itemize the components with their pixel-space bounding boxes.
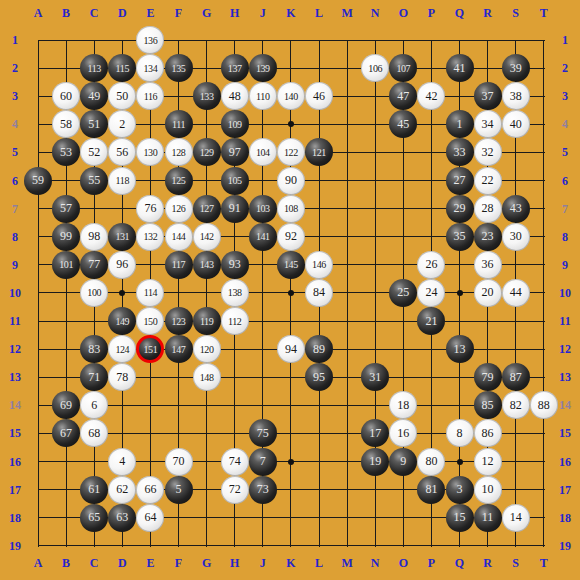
stone-B7[interactable]: 57 <box>52 195 80 223</box>
stone-H10[interactable]: 138 <box>221 279 249 307</box>
col-label-top-D: D <box>114 6 130 20</box>
move-number: 40 <box>510 117 522 132</box>
stone-L10[interactable]: 84 <box>305 279 333 307</box>
stone-B5[interactable]: 53 <box>52 138 80 166</box>
stone-R15[interactable]: 86 <box>474 419 502 447</box>
stone-E2[interactable]: 134 <box>136 54 164 82</box>
row-label-right-7: 7 <box>552 202 578 216</box>
stone-C10[interactable]: 100 <box>80 279 108 307</box>
stone-P11[interactable]: 21 <box>417 307 445 335</box>
goban: AABBCCDDEEFFGGHHJJKKLLMMNNOOPPQQRRSSTT11… <box>0 0 580 580</box>
move-number: 70 <box>173 454 185 469</box>
move-number: 25 <box>397 285 409 300</box>
move-number: 5 <box>176 482 182 497</box>
stone-S3[interactable]: 38 <box>502 82 530 110</box>
row-label-left-9: 9 <box>2 258 28 272</box>
stone-J17[interactable]: 73 <box>249 476 277 504</box>
col-label-bottom-H: H <box>227 556 243 570</box>
grid-line-vertical <box>347 40 348 547</box>
move-number: 24 <box>425 285 437 300</box>
stone-C14[interactable]: 6 <box>80 391 108 419</box>
move-number: 109 <box>228 119 242 130</box>
col-label-bottom-N: N <box>367 556 383 570</box>
col-label-bottom-S: S <box>508 556 524 570</box>
row-label-right-3: 3 <box>552 89 578 103</box>
col-label-top-N: N <box>367 6 383 20</box>
move-number: 6 <box>91 398 97 413</box>
move-number: 74 <box>229 454 241 469</box>
move-number: 42 <box>425 89 437 104</box>
move-number: 139 <box>256 63 270 74</box>
stone-K8[interactable]: 92 <box>277 223 305 251</box>
col-label-bottom-Q: Q <box>452 556 468 570</box>
stone-R4[interactable]: 34 <box>474 110 502 138</box>
row-label-left-19: 19 <box>2 539 28 553</box>
stone-E10[interactable]: 114 <box>136 279 164 307</box>
move-number: 147 <box>172 344 186 355</box>
stone-J7[interactable]: 103 <box>249 195 277 223</box>
stone-R16[interactable]: 12 <box>474 448 502 476</box>
stone-E11[interactable]: 150 <box>136 307 164 335</box>
move-number: 22 <box>482 173 494 188</box>
stone-E3[interactable]: 116 <box>136 82 164 110</box>
move-number: 128 <box>172 147 186 158</box>
stone-G7[interactable]: 127 <box>193 195 221 223</box>
stone-Q2[interactable]: 41 <box>446 54 474 82</box>
move-number: 71 <box>88 370 100 385</box>
stone-R17[interactable]: 10 <box>474 476 502 504</box>
move-number: 15 <box>454 510 466 525</box>
stone-R8[interactable]: 23 <box>474 223 502 251</box>
move-number: 45 <box>397 117 409 132</box>
stone-H17[interactable]: 72 <box>221 476 249 504</box>
row-label-left-12: 12 <box>2 342 28 356</box>
row-label-right-4: 4 <box>552 117 578 131</box>
stone-O14[interactable]: 18 <box>389 391 417 419</box>
stone-Q18[interactable]: 15 <box>446 504 474 532</box>
stone-C12[interactable]: 83 <box>80 335 108 363</box>
stone-L13[interactable]: 95 <box>305 363 333 391</box>
stone-K7[interactable]: 108 <box>277 195 305 223</box>
move-number: 51 <box>88 117 100 132</box>
move-number: 34 <box>482 117 494 132</box>
stone-H9[interactable]: 93 <box>221 251 249 279</box>
stone-F16[interactable]: 70 <box>165 448 193 476</box>
move-number: 68 <box>88 426 100 441</box>
stone-L9[interactable]: 146 <box>305 251 333 279</box>
stone-G12[interactable]: 120 <box>193 335 221 363</box>
move-number: 11 <box>482 510 494 525</box>
col-label-top-R: R <box>480 6 496 20</box>
move-number: 87 <box>510 370 522 385</box>
grid-line-vertical <box>38 40 39 547</box>
stone-B4[interactable]: 58 <box>52 110 80 138</box>
stone-G11[interactable]: 119 <box>193 307 221 335</box>
stone-J2[interactable]: 139 <box>249 54 277 82</box>
row-label-right-11: 11 <box>552 314 578 328</box>
col-label-top-S: S <box>508 6 524 20</box>
star-point-K4 <box>288 121 294 127</box>
col-label-bottom-R: R <box>480 556 496 570</box>
move-number: 73 <box>257 482 269 497</box>
move-number: 48 <box>229 89 241 104</box>
stone-R7[interactable]: 28 <box>474 195 502 223</box>
stone-S7[interactable]: 43 <box>502 195 530 223</box>
stone-O4[interactable]: 45 <box>389 110 417 138</box>
stone-C9[interactable]: 77 <box>80 251 108 279</box>
move-number: 99 <box>60 229 72 244</box>
stone-T14[interactable]: 88 <box>530 391 558 419</box>
stone-A6[interactable]: 59 <box>24 167 52 195</box>
stone-Q7[interactable]: 29 <box>446 195 474 223</box>
move-number: 134 <box>143 63 157 74</box>
stone-Q5[interactable]: 33 <box>446 138 474 166</box>
stone-R9[interactable]: 36 <box>474 251 502 279</box>
col-label-top-B: B <box>58 6 74 20</box>
move-number: 144 <box>172 231 186 242</box>
stone-D6[interactable]: 118 <box>108 167 136 195</box>
stone-O2[interactable]: 107 <box>389 54 417 82</box>
stone-N13[interactable]: 31 <box>361 363 389 391</box>
move-number: 98 <box>88 229 100 244</box>
stone-G5[interactable]: 129 <box>193 138 221 166</box>
move-number: 86 <box>482 426 494 441</box>
stone-E7[interactable]: 76 <box>136 195 164 223</box>
move-number: 53 <box>60 145 72 160</box>
move-number: 55 <box>88 173 100 188</box>
col-label-top-O: O <box>395 6 411 20</box>
stone-D4[interactable]: 2 <box>108 110 136 138</box>
stone-B3[interactable]: 60 <box>52 82 80 110</box>
stone-Q15[interactable]: 8 <box>446 419 474 447</box>
stone-R18[interactable]: 11 <box>474 504 502 532</box>
stone-C8[interactable]: 98 <box>80 223 108 251</box>
move-number: 105 <box>228 175 242 186</box>
stone-Q4[interactable]: 1 <box>446 110 474 138</box>
stone-S8[interactable]: 30 <box>502 223 530 251</box>
move-number: 113 <box>87 63 100 74</box>
stone-D8[interactable]: 131 <box>108 223 136 251</box>
stone-R3[interactable]: 37 <box>474 82 502 110</box>
move-number: 2 <box>119 117 125 132</box>
move-number: 97 <box>229 145 241 160</box>
stone-C15[interactable]: 68 <box>80 419 108 447</box>
move-number: 67 <box>60 426 72 441</box>
stone-Q6[interactable]: 27 <box>446 167 474 195</box>
move-number: 44 <box>510 285 522 300</box>
stone-H2[interactable]: 137 <box>221 54 249 82</box>
stone-F8[interactable]: 144 <box>165 223 193 251</box>
stone-Q17[interactable]: 3 <box>446 476 474 504</box>
stone-H11[interactable]: 112 <box>221 307 249 335</box>
col-label-bottom-M: M <box>339 556 355 570</box>
stone-B14[interactable]: 69 <box>52 391 80 419</box>
stone-E5[interactable]: 130 <box>136 138 164 166</box>
move-number: 90 <box>285 173 297 188</box>
move-number: 129 <box>200 147 214 158</box>
move-number: 111 <box>172 119 185 130</box>
col-label-bottom-E: E <box>142 556 158 570</box>
move-number: 121 <box>312 147 326 158</box>
move-number: 108 <box>284 203 298 214</box>
move-number: 126 <box>172 203 186 214</box>
stone-O16[interactable]: 9 <box>389 448 417 476</box>
row-label-left-17: 17 <box>2 483 28 497</box>
stone-E1[interactable]: 136 <box>136 26 164 54</box>
stone-D12[interactable]: 124 <box>108 335 136 363</box>
stone-O15[interactable]: 16 <box>389 419 417 447</box>
stone-H3[interactable]: 48 <box>221 82 249 110</box>
row-label-right-8: 8 <box>552 230 578 244</box>
stone-D13[interactable]: 78 <box>108 363 136 391</box>
stone-F17[interactable]: 5 <box>165 476 193 504</box>
stone-J5[interactable]: 104 <box>249 138 277 166</box>
col-label-bottom-D: D <box>114 556 130 570</box>
move-number: 30 <box>510 229 522 244</box>
move-number: 59 <box>32 173 44 188</box>
stone-O3[interactable]: 47 <box>389 82 417 110</box>
stone-N15[interactable]: 17 <box>361 419 389 447</box>
stone-F11[interactable]: 123 <box>165 307 193 335</box>
move-number: 19 <box>369 454 381 469</box>
move-number: 130 <box>143 147 157 158</box>
stone-D3[interactable]: 50 <box>108 82 136 110</box>
move-number: 28 <box>482 201 494 216</box>
row-label-right-6: 6 <box>552 174 578 188</box>
move-number: 91 <box>229 201 241 216</box>
stone-C3[interactable]: 49 <box>80 82 108 110</box>
move-number: 27 <box>454 173 466 188</box>
move-number: 46 <box>313 89 325 104</box>
col-label-bottom-T: T <box>536 556 552 570</box>
stone-H16[interactable]: 74 <box>221 448 249 476</box>
stone-H7[interactable]: 91 <box>221 195 249 223</box>
col-label-top-T: T <box>536 6 552 20</box>
grid-line-vertical <box>206 40 207 547</box>
star-point-D10 <box>119 290 125 296</box>
stone-D11[interactable]: 149 <box>108 307 136 335</box>
stone-F5[interactable]: 128 <box>165 138 193 166</box>
stone-H6[interactable]: 105 <box>221 167 249 195</box>
stone-L5[interactable]: 121 <box>305 138 333 166</box>
stone-J15[interactable]: 75 <box>249 419 277 447</box>
row-label-left-15: 15 <box>2 426 28 440</box>
stone-K9[interactable]: 145 <box>277 251 305 279</box>
star-point-Q16 <box>457 459 463 465</box>
move-number: 16 <box>397 426 409 441</box>
stone-D18[interactable]: 63 <box>108 504 136 532</box>
move-number: 3 <box>457 482 463 497</box>
stone-F12[interactable]: 147 <box>165 335 193 363</box>
col-label-top-K: K <box>283 6 299 20</box>
move-number: 141 <box>256 231 270 242</box>
stone-P16[interactable]: 80 <box>417 448 445 476</box>
stone-R10[interactable]: 20 <box>474 279 502 307</box>
col-label-top-M: M <box>339 6 355 20</box>
stone-J3[interactable]: 110 <box>249 82 277 110</box>
star-point-Q10 <box>457 290 463 296</box>
stone-E17[interactable]: 66 <box>136 476 164 504</box>
stone-G3[interactable]: 133 <box>193 82 221 110</box>
stone-E8[interactable]: 132 <box>136 223 164 251</box>
move-number: 31 <box>369 370 381 385</box>
move-number: 12 <box>482 454 494 469</box>
stone-D17[interactable]: 62 <box>108 476 136 504</box>
row-label-right-16: 16 <box>552 455 578 469</box>
stone-S4[interactable]: 40 <box>502 110 530 138</box>
stone-D9[interactable]: 96 <box>108 251 136 279</box>
col-label-bottom-C: C <box>86 556 102 570</box>
stone-F4[interactable]: 111 <box>165 110 193 138</box>
stone-L3[interactable]: 46 <box>305 82 333 110</box>
row-label-left-7: 7 <box>2 202 28 216</box>
move-number: 80 <box>425 454 437 469</box>
stone-C6[interactable]: 55 <box>80 167 108 195</box>
stone-R6[interactable]: 22 <box>474 167 502 195</box>
move-number: 148 <box>200 372 214 383</box>
stone-G8[interactable]: 142 <box>193 223 221 251</box>
move-number: 140 <box>284 91 298 102</box>
row-label-right-2: 2 <box>552 61 578 75</box>
move-number: 101 <box>59 259 73 270</box>
grid-line-horizontal <box>38 545 545 546</box>
stone-H5[interactable]: 97 <box>221 138 249 166</box>
stone-D5[interactable]: 56 <box>108 138 136 166</box>
move-number: 82 <box>510 398 522 413</box>
stone-S2[interactable]: 39 <box>502 54 530 82</box>
stone-K5[interactable]: 122 <box>277 138 305 166</box>
col-label-bottom-P: P <box>423 556 439 570</box>
move-number: 29 <box>454 201 466 216</box>
row-label-right-18: 18 <box>552 511 578 525</box>
move-number: 151 <box>143 344 157 355</box>
stone-F7[interactable]: 126 <box>165 195 193 223</box>
stone-P9[interactable]: 26 <box>417 251 445 279</box>
move-number: 4 <box>119 454 125 469</box>
stone-C17[interactable]: 61 <box>80 476 108 504</box>
move-number: 63 <box>116 510 128 525</box>
col-label-bottom-O: O <box>395 556 411 570</box>
move-number: 88 <box>538 398 550 413</box>
col-label-top-J: J <box>255 6 271 20</box>
row-label-left-8: 8 <box>2 230 28 244</box>
stone-P10[interactable]: 24 <box>417 279 445 307</box>
move-number: 118 <box>116 175 129 186</box>
move-number: 20 <box>482 285 494 300</box>
stone-Q12[interactable]: 13 <box>446 335 474 363</box>
stone-C18[interactable]: 65 <box>80 504 108 532</box>
stone-G9[interactable]: 143 <box>193 251 221 279</box>
row-label-left-13: 13 <box>2 370 28 384</box>
stone-R14[interactable]: 85 <box>474 391 502 419</box>
row-label-left-18: 18 <box>2 511 28 525</box>
col-label-bottom-G: G <box>199 556 215 570</box>
stone-S13[interactable]: 87 <box>502 363 530 391</box>
move-number: 115 <box>116 63 129 74</box>
move-number: 13 <box>454 342 466 357</box>
row-label-left-11: 11 <box>2 314 28 328</box>
stone-S14[interactable]: 82 <box>502 391 530 419</box>
stone-B9[interactable]: 101 <box>52 251 80 279</box>
stone-E18[interactable]: 64 <box>136 504 164 532</box>
stone-R5[interactable]: 32 <box>474 138 502 166</box>
move-number: 96 <box>116 257 128 272</box>
stone-K6[interactable]: 90 <box>277 167 305 195</box>
stone-C13[interactable]: 71 <box>80 363 108 391</box>
move-number: 32 <box>482 145 494 160</box>
stone-K3[interactable]: 140 <box>277 82 305 110</box>
move-number: 69 <box>60 398 72 413</box>
stone-D2[interactable]: 115 <box>108 54 136 82</box>
move-number: 18 <box>397 398 409 413</box>
stone-B8[interactable]: 99 <box>52 223 80 251</box>
move-number: 35 <box>454 229 466 244</box>
col-label-top-E: E <box>142 6 158 20</box>
stone-K12[interactable]: 94 <box>277 335 305 363</box>
stone-C5[interactable]: 52 <box>80 138 108 166</box>
stone-P3[interactable]: 42 <box>417 82 445 110</box>
stone-P17[interactable]: 81 <box>417 476 445 504</box>
move-number: 33 <box>454 145 466 160</box>
stone-O10[interactable]: 25 <box>389 279 417 307</box>
move-number: 127 <box>200 203 214 214</box>
move-number: 23 <box>482 229 494 244</box>
move-number: 56 <box>116 145 128 160</box>
stone-G13[interactable]: 148 <box>193 363 221 391</box>
stone-N16[interactable]: 19 <box>361 448 389 476</box>
stone-F6[interactable]: 125 <box>165 167 193 195</box>
move-number: 17 <box>369 426 381 441</box>
move-number: 52 <box>88 145 100 160</box>
move-number: 43 <box>510 201 522 216</box>
move-number: 124 <box>115 344 129 355</box>
move-number: 78 <box>116 370 128 385</box>
stone-F2[interactable]: 135 <box>165 54 193 82</box>
move-number: 37 <box>482 89 494 104</box>
move-number: 100 <box>87 287 101 298</box>
stone-F9[interactable]: 117 <box>165 251 193 279</box>
col-label-top-L: L <box>311 6 327 20</box>
col-label-top-C: C <box>86 6 102 20</box>
move-number: 95 <box>313 370 325 385</box>
stone-B15[interactable]: 67 <box>52 419 80 447</box>
row-label-right-15: 15 <box>552 426 578 440</box>
move-number: 1 <box>457 117 463 132</box>
stone-D16[interactable]: 4 <box>108 448 136 476</box>
move-number: 10 <box>482 482 494 497</box>
move-number: 76 <box>144 201 156 216</box>
stone-H4[interactable]: 109 <box>221 110 249 138</box>
stone-S10[interactable]: 44 <box>502 279 530 307</box>
stone-J8[interactable]: 141 <box>249 223 277 251</box>
move-number: 133 <box>200 91 214 102</box>
stone-S18[interactable]: 14 <box>502 504 530 532</box>
stone-L12[interactable]: 89 <box>305 335 333 363</box>
stone-N2[interactable]: 106 <box>361 54 389 82</box>
stone-R13[interactable]: 79 <box>474 363 502 391</box>
stone-C4[interactable]: 51 <box>80 110 108 138</box>
move-number: 145 <box>284 259 298 270</box>
move-number: 94 <box>285 342 297 357</box>
move-number: 122 <box>284 147 298 158</box>
grid-line-horizontal <box>38 405 545 406</box>
stone-E12[interactable]: 151 <box>136 335 164 363</box>
row-label-left-2: 2 <box>2 61 28 75</box>
move-number: 149 <box>115 316 129 327</box>
stone-Q8[interactable]: 35 <box>446 223 474 251</box>
stone-J16[interactable]: 7 <box>249 448 277 476</box>
stone-C2[interactable]: 113 <box>80 54 108 82</box>
